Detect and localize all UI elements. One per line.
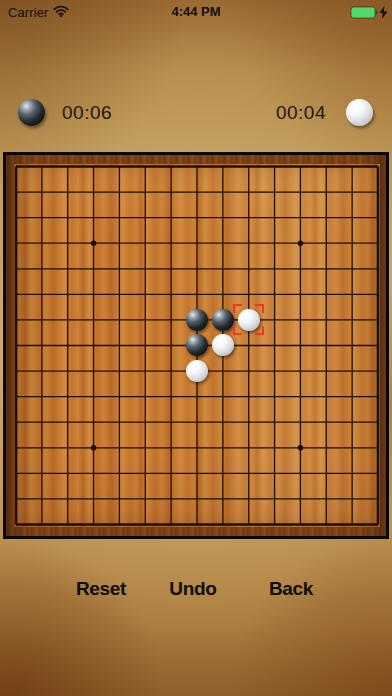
white-timer-value: 00:04 xyxy=(276,102,326,124)
black-timer-value: 00:06 xyxy=(62,102,112,124)
player-timers: 00:06 00:04 xyxy=(0,99,392,129)
wifi-icon xyxy=(53,3,69,21)
board-grid-lines xyxy=(6,155,386,536)
white-stone-icon xyxy=(346,99,373,126)
charging-bolt-icon xyxy=(379,5,388,23)
controls-bar: Reset Undo Back xyxy=(0,575,392,605)
game-board[interactable] xyxy=(3,152,389,539)
status-time: 4:44 PM xyxy=(171,4,220,19)
status-bar: Carrier 4:44 PM xyxy=(0,0,392,24)
white-player-timer: 00:04 xyxy=(276,99,373,126)
reset-button[interactable]: Reset xyxy=(76,575,126,603)
undo-button[interactable]: Undo xyxy=(169,575,216,603)
battery-icon xyxy=(350,5,378,23)
black-stone-icon xyxy=(18,99,45,126)
black-player-timer: 00:06 xyxy=(18,99,112,126)
back-button[interactable]: Back xyxy=(269,575,313,603)
gomoku-app-screen: Carrier 4:44 PM xyxy=(0,0,392,696)
carrier-label: Carrier xyxy=(8,5,48,20)
